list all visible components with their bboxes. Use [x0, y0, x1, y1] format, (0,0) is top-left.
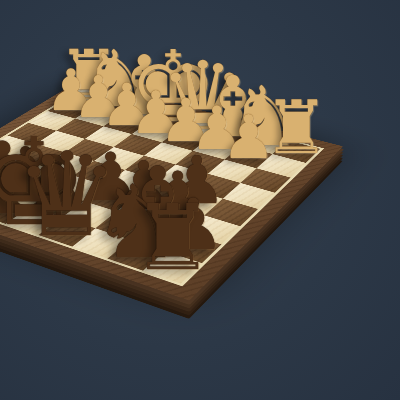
pieces-layer: ♜♞♟♝♟♚♟♛♟♝♟♞♟♜♟♟♜♟♟♞♟♟♟♝♟♚♛♝♟♞♜ [0, 0, 400, 400]
scene-background: ♜♞♟♝♟♚♟♛♟♝♟♞♟♜♟♟♜♟♟♞♟♟♟♝♟♚♛♝♟♞♜ [0, 0, 400, 400]
chess-piece-black-r[interactable]: ♜ [118, 193, 227, 284]
